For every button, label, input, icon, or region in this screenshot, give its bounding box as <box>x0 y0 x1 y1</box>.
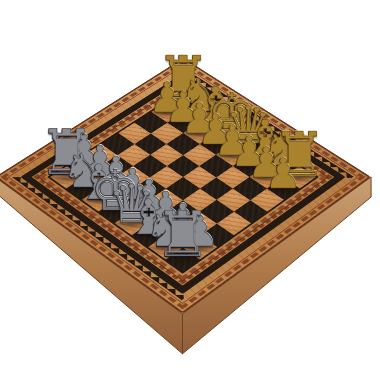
square-e3 <box>183 144 216 166</box>
square-e2 <box>199 133 232 155</box>
square-f2 <box>183 122 215 143</box>
board-frame-line-middle <box>37 83 328 281</box>
square-a8 <box>165 247 200 272</box>
board-frame-line-outer <box>8 65 359 304</box>
square-d3 <box>200 155 233 177</box>
square-b7 <box>166 223 200 247</box>
square-h4 <box>118 122 150 143</box>
square-f1 <box>199 112 231 133</box>
chess-set-photo: ♜♞♝♚♛♝♞♜♟♟♟♟♟♟♟♟♟♟♟♟♟♟♟♟♜♞♝♚♛♝♞♜ <box>0 0 380 380</box>
square-c8 <box>131 223 165 247</box>
square-g8 <box>66 177 99 200</box>
checkerboard <box>50 91 316 271</box>
board-frame-stamp-middle <box>33 81 333 285</box>
square-h7 <box>67 155 100 177</box>
square-f3 <box>167 133 200 155</box>
square-c2 <box>233 155 266 177</box>
square-f4 <box>150 144 183 166</box>
square-a7 <box>183 235 217 259</box>
square-b1 <box>266 155 299 177</box>
board-frame-carved-band <box>20 73 345 294</box>
square-h3 <box>135 112 167 133</box>
square-a2 <box>267 177 300 200</box>
square-d1 <box>232 133 265 155</box>
square-b2 <box>249 166 282 189</box>
carved-teeth-bottom <box>13 175 187 300</box>
square-c1 <box>249 144 282 166</box>
square-a4 <box>234 200 268 223</box>
square-b8 <box>148 235 182 259</box>
square-e4 <box>167 155 200 177</box>
square-f5 <box>133 155 166 177</box>
board-frame-stamp-outer <box>1 61 366 309</box>
carved-teeth-top <box>180 68 353 179</box>
square-g7 <box>83 166 116 189</box>
square-d6 <box>149 188 183 211</box>
square-g1 <box>183 101 215 122</box>
square-b4 <box>217 188 251 211</box>
square-g4 <box>134 133 167 155</box>
square-a5 <box>217 211 251 235</box>
square-h5 <box>102 133 135 155</box>
carved-teeth-left <box>13 68 187 179</box>
square-d7 <box>132 200 166 223</box>
square-b6 <box>183 211 217 235</box>
board-frame-leather <box>0 58 371 314</box>
square-e6 <box>133 177 166 200</box>
square-h1 <box>167 91 199 112</box>
square-e1 <box>216 122 248 143</box>
square-h8 <box>50 166 83 189</box>
square-e7 <box>116 188 150 211</box>
square-e8 <box>98 200 132 223</box>
square-a3 <box>250 188 284 211</box>
square-f8 <box>82 188 116 211</box>
carved-teeth-right <box>179 175 354 300</box>
square-g5 <box>117 144 150 166</box>
square-d8 <box>115 211 149 235</box>
square-c4 <box>200 177 233 200</box>
board-scene <box>0 0 380 380</box>
square-d5 <box>166 177 199 200</box>
square-c7 <box>149 211 183 235</box>
board-frame-line-inner <box>47 89 319 273</box>
square-d2 <box>216 144 249 166</box>
square-c6 <box>166 200 200 223</box>
square-c5 <box>183 188 217 211</box>
square-b3 <box>233 177 266 200</box>
square-e5 <box>150 166 183 189</box>
board-frame-stamp-inner <box>39 84 327 280</box>
square-g6 <box>100 155 133 177</box>
square-g2 <box>167 112 199 133</box>
square-b5 <box>200 200 234 223</box>
square-g3 <box>151 122 183 143</box>
square-c3 <box>216 166 249 189</box>
square-h6 <box>85 144 118 166</box>
square-h2 <box>151 101 183 122</box>
square-a6 <box>200 223 234 247</box>
chess-board <box>0 58 371 314</box>
square-d4 <box>183 166 216 189</box>
square-f6 <box>117 166 150 189</box>
square-f7 <box>99 177 132 200</box>
square-a1 <box>283 166 316 189</box>
